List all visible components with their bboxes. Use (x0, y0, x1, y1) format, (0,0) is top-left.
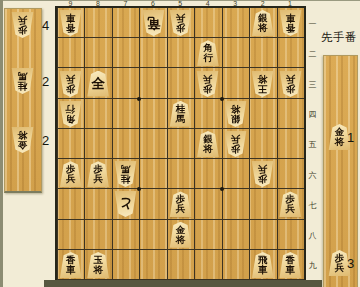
file-label: 4 (194, 0, 221, 7)
sente-hand-count-gold: 1 (347, 130, 354, 145)
file-label: 8 (84, 0, 111, 7)
rank-label: 三 (306, 79, 319, 90)
rank-label: 四 (306, 109, 319, 120)
turn-indicator: 先手番 (321, 30, 359, 45)
star-point (220, 187, 224, 191)
rank-label: 五 (306, 139, 319, 150)
file-label: 7 (112, 0, 139, 7)
sente-hand-count-pawn: 3 (347, 256, 354, 271)
gote-hand-count-gold: 2 (42, 133, 49, 148)
gote-hand-count-knight: 2 (42, 74, 49, 89)
rank-label: 二 (306, 49, 319, 60)
rank-label: 七 (306, 200, 319, 211)
star-point (137, 187, 141, 191)
file-label: 2 (249, 0, 276, 7)
rank-label: 六 (306, 170, 319, 181)
rank-label: 九 (306, 260, 319, 271)
file-label: 6 (139, 0, 166, 7)
shogi-app-window: 先手番 香車竜歩兵銀将香車角行歩兵全歩兵王将歩兵角行桂馬銀将銀将歩兵歩兵歩兵桂馬… (0, 0, 360, 287)
star-point (220, 97, 224, 101)
file-label: 3 (222, 0, 249, 7)
gote-hand-count-pawn: 4 (42, 18, 49, 33)
file-label: 5 (167, 0, 194, 7)
file-label: 1 (277, 0, 304, 7)
file-label: 9 (57, 0, 84, 7)
rank-label: 八 (306, 230, 319, 241)
rank-label: 一 (306, 19, 319, 30)
board-bottom-frame (44, 280, 322, 287)
star-point (137, 97, 141, 101)
